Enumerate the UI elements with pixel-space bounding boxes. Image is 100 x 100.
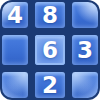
cell-r2c2 [72, 72, 98, 98]
cell-digit: 4 [7, 4, 23, 27]
sudoku-app-icon[interactable]: 4 8 6 3 2 [0, 0, 100, 100]
cell-r2c1: 2 [35, 72, 65, 98]
cell-digit: 3 [77, 39, 93, 62]
cell-digit: 6 [42, 39, 58, 62]
cell-digit: 8 [42, 4, 58, 27]
cell-r1c1-highlighted: 6 [35, 35, 65, 65]
cell-r1c0 [2, 35, 28, 65]
cell-r0c2 [72, 2, 98, 28]
cell-digit: 2 [42, 74, 58, 97]
cell-r2c0 [2, 72, 28, 98]
cell-r1c2: 3 [72, 35, 98, 65]
cell-r0c1: 8 [35, 2, 65, 28]
cell-r0c0: 4 [2, 2, 28, 28]
